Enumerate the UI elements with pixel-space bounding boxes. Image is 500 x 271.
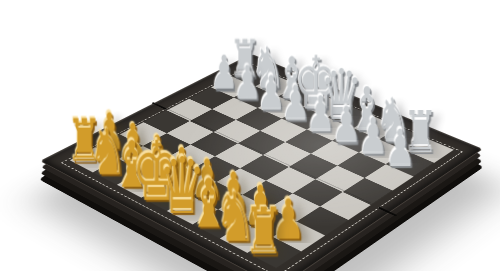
playing-area: ♜♞♝♚♛♝♞♜♟♟♟♟♟♟♟♟♟♟♟♟♟♟♟♟♜♞♝♚♛♝♞♜ <box>61 64 463 271</box>
chess-board-frame: ♜♞♝♚♛♝♞♜♟♟♟♟♟♟♟♟♟♟♟♟♟♟♟♟♜♞♝♚♛♝♞♜ <box>40 53 483 271</box>
board-squares: ♜♞♝♚♛♝♞♜♟♟♟♟♟♟♟♟♟♟♟♟♟♟♟♟♜♞♝♚♛♝♞♜ <box>70 65 459 270</box>
square-a1[interactable]: ♜ <box>248 236 302 267</box>
piece-white-rook-a1[interactable]: ♜ <box>221 202 307 263</box>
product-photo-stage: ♜♞♝♚♛♝♞♜♟♟♟♟♟♟♟♟♟♟♟♟♟♟♟♟♜♞♝♚♛♝♞♜ <box>0 0 500 271</box>
piece-black-pawn-a7[interactable]: ♟ <box>361 124 439 173</box>
board-scene: ♜♞♝♚♛♝♞♜♟♟♟♟♟♟♟♟♟♟♟♟♟♟♟♟♜♞♝♚♛♝♞♜ <box>0 0 500 271</box>
